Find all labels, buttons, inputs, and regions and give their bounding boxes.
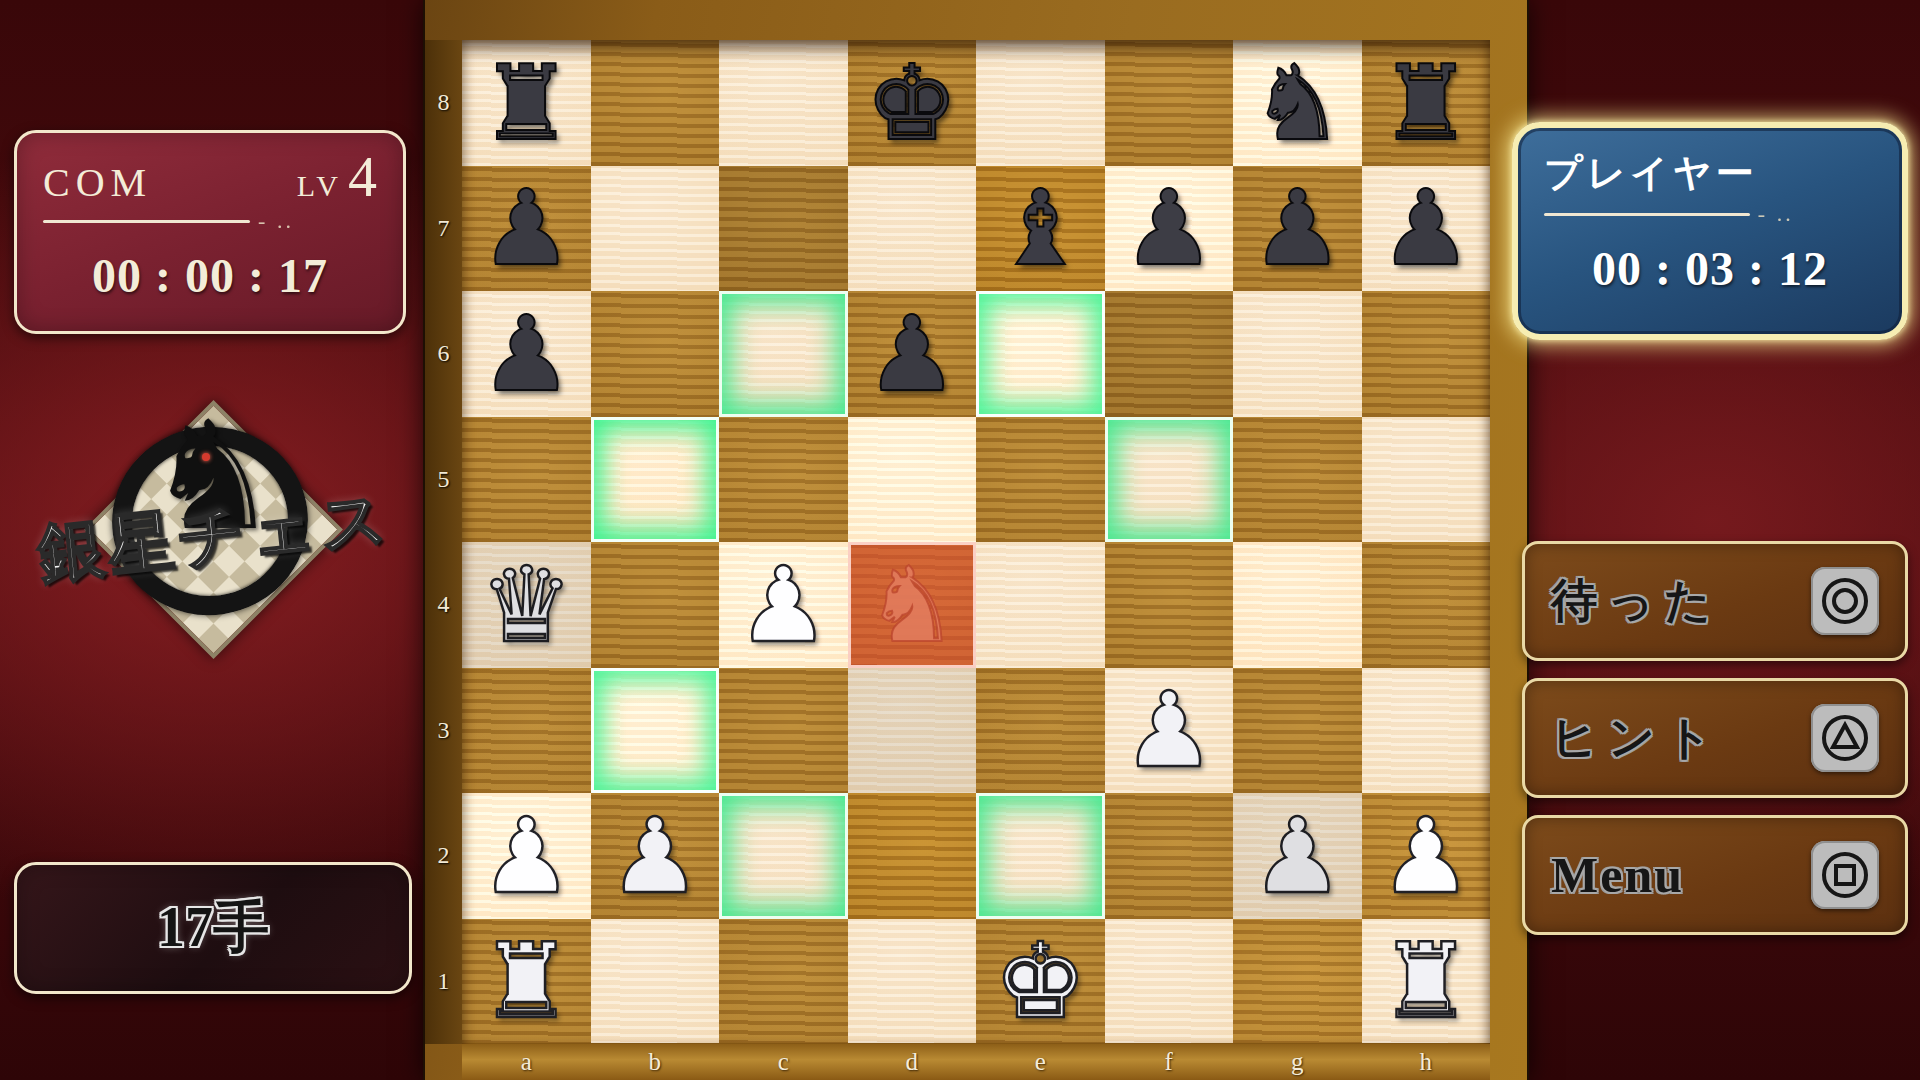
square-d5[interactable] — [848, 417, 977, 543]
white-queen: ♛ — [480, 553, 573, 657]
player-clock-panel: プレイヤー - .. 00 : 03 : 12 — [1512, 122, 1908, 340]
square-b6[interactable] — [591, 291, 720, 417]
black-pawn: ♟ — [480, 176, 573, 280]
square-h2[interactable]: ♟ — [1362, 793, 1491, 919]
ps-square-button-icon — [1811, 841, 1879, 909]
square-c7[interactable] — [719, 166, 848, 292]
square-f8[interactable] — [1105, 40, 1234, 166]
white-knight-ghost: ♞ — [865, 553, 958, 657]
square-e3[interactable] — [976, 668, 1105, 794]
file-labels: abcdefgh — [462, 1043, 1490, 1080]
square-g3[interactable] — [1233, 668, 1362, 794]
black-pawn: ♟ — [1122, 176, 1215, 280]
file-label-b: b — [591, 1043, 720, 1080]
undo-button[interactable]: 待った — [1522, 541, 1908, 661]
black-pawn: ♟ — [480, 302, 573, 406]
chess-board: ♜♚♞♜♟♝♟♟♟♟♟♛♟♞♟♟♟♟♟♜♚♜ — [462, 40, 1490, 1044]
square-b7[interactable] — [591, 166, 720, 292]
rank-label-2: 2 — [425, 793, 462, 919]
white-pawn: ♟ — [1379, 804, 1472, 908]
file-label-g: g — [1233, 1043, 1362, 1080]
square-d6[interactable]: ♟ — [848, 291, 977, 417]
file-label-e: e — [976, 1043, 1105, 1080]
square-c3[interactable] — [719, 668, 848, 794]
square-a8[interactable]: ♜ — [462, 40, 591, 166]
square-c2[interactable] — [719, 793, 848, 919]
square-a3[interactable] — [462, 668, 591, 794]
square-b4[interactable] — [591, 542, 720, 668]
square-e5[interactable] — [976, 417, 1105, 543]
square-f6[interactable] — [1105, 291, 1234, 417]
square-g2[interactable]: ♟ — [1233, 793, 1362, 919]
player-time: 00 : 03 : 12 — [1544, 241, 1876, 296]
square-g7[interactable]: ♟ — [1233, 166, 1362, 292]
square-e8[interactable] — [976, 40, 1105, 166]
square-h4[interactable] — [1362, 542, 1491, 668]
white-pawn: ♟ — [1251, 804, 1344, 908]
square-b2[interactable]: ♟ — [591, 793, 720, 919]
black-knight: ♞ — [1251, 51, 1344, 155]
square-a5[interactable] — [462, 417, 591, 543]
com-label: COM — [43, 159, 152, 206]
black-king: ♚ — [865, 51, 958, 155]
square-f1[interactable] — [1105, 919, 1234, 1045]
white-pawn: ♟ — [480, 804, 573, 908]
rank-labels: 87654321 — [425, 40, 462, 1044]
square-h6[interactable] — [1362, 291, 1491, 417]
com-underline-dashes: - .. — [258, 208, 294, 234]
menu-button-label: Menu — [1551, 846, 1684, 904]
square-g5[interactable] — [1233, 417, 1362, 543]
white-pawn: ♟ — [608, 804, 701, 908]
square-b1[interactable] — [591, 919, 720, 1045]
square-h3[interactable] — [1362, 668, 1491, 794]
board-frame: 87654321 ♜♚♞♜♟♝♟♟♟♟♟♛♟♞♟♟♟♟♟♜♚♜ abcdefgh — [425, 0, 1527, 1080]
square-h7[interactable]: ♟ — [1362, 166, 1491, 292]
square-c1[interactable] — [719, 919, 848, 1045]
square-e7[interactable]: ♝ — [976, 166, 1105, 292]
square-b8[interactable] — [591, 40, 720, 166]
ps-triangle-button-icon — [1811, 704, 1879, 772]
rank-label-4: 4 — [425, 542, 462, 668]
com-underline — [43, 220, 250, 223]
square-a4[interactable]: ♛ — [462, 542, 591, 668]
square-h1[interactable]: ♜ — [1362, 919, 1491, 1045]
square-e6[interactable] — [976, 291, 1105, 417]
black-rook: ♜ — [1379, 51, 1472, 155]
square-g8[interactable]: ♞ — [1233, 40, 1362, 166]
square-a1[interactable]: ♜ — [462, 919, 591, 1045]
square-g1[interactable] — [1233, 919, 1362, 1045]
square-c5[interactable] — [719, 417, 848, 543]
file-label-f: f — [1105, 1043, 1234, 1080]
player-underline — [1544, 213, 1750, 216]
move-count: 17手 — [157, 890, 269, 966]
square-f5[interactable] — [1105, 417, 1234, 543]
square-d1[interactable] — [848, 919, 977, 1045]
rank-label-6: 6 — [425, 291, 462, 417]
square-f2[interactable] — [1105, 793, 1234, 919]
square-a6[interactable]: ♟ — [462, 291, 591, 417]
square-f3[interactable]: ♟ — [1105, 668, 1234, 794]
square-d2[interactable] — [848, 793, 977, 919]
square-h8[interactable]: ♜ — [1362, 40, 1491, 166]
black-bishop: ♝ — [994, 176, 1087, 280]
square-f7[interactable]: ♟ — [1105, 166, 1234, 292]
black-pawn: ♟ — [1251, 176, 1344, 280]
move-counter-panel: 17手 — [14, 862, 412, 994]
rank-label-5: 5 — [425, 417, 462, 543]
white-pawn: ♟ — [1122, 678, 1215, 782]
ps-circle-button-icon — [1811, 567, 1879, 635]
file-label-a: a — [462, 1043, 591, 1080]
square-d3[interactable] — [848, 668, 977, 794]
rank-label-1: 1 — [425, 919, 462, 1045]
black-pawn: ♟ — [865, 302, 958, 406]
square-a7[interactable]: ♟ — [462, 166, 591, 292]
square-f4[interactable] — [1105, 542, 1234, 668]
white-rook: ♜ — [1379, 929, 1472, 1033]
square-e2[interactable] — [976, 793, 1105, 919]
hint-button[interactable]: ヒント — [1522, 678, 1908, 798]
square-c4[interactable]: ♟ — [719, 542, 848, 668]
square-h5[interactable] — [1362, 417, 1491, 543]
white-king: ♚ — [994, 929, 1087, 1033]
file-label-c: c — [719, 1043, 848, 1080]
rank-label-7: 7 — [425, 166, 462, 292]
player-label: プレイヤー — [1544, 148, 1758, 199]
square-d4[interactable]: ♞ — [848, 542, 977, 668]
square-c8[interactable] — [719, 40, 848, 166]
white-rook: ♜ — [480, 929, 573, 1033]
rank-label-3: 3 — [425, 668, 462, 794]
com-level-value: 4 — [348, 151, 377, 203]
square-e1[interactable]: ♚ — [976, 919, 1105, 1045]
square-d8[interactable]: ♚ — [848, 40, 977, 166]
rank-label-8: 8 — [425, 40, 462, 166]
com-time: 00 : 00 : 17 — [43, 248, 377, 303]
square-b5[interactable] — [591, 417, 720, 543]
square-g6[interactable] — [1233, 291, 1362, 417]
black-pawn: ♟ — [1379, 176, 1472, 280]
game-screen: 87654321 ♜♚♞♜♟♝♟♟♟♟♟♛♟♞♟♟♟♟♟♜♚♜ abcdefgh… — [0, 0, 1920, 1080]
file-label-d: d — [848, 1043, 977, 1080]
square-g4[interactable] — [1233, 542, 1362, 668]
black-rook: ♜ — [480, 51, 573, 155]
app-logo: ♞ 銀星チェス — [0, 395, 430, 695]
com-level-label: LV — [297, 169, 342, 203]
com-clock-panel: COM LV 4 - .. 00 : 00 : 17 — [14, 130, 406, 334]
player-underline-dashes: - .. — [1758, 201, 1794, 227]
file-label-h: h — [1362, 1043, 1491, 1080]
undo-button-label: 待った — [1551, 570, 1721, 632]
square-e4[interactable] — [976, 542, 1105, 668]
square-d7[interactable] — [848, 166, 977, 292]
square-a2[interactable]: ♟ — [462, 793, 591, 919]
menu-button[interactable]: Menu — [1522, 815, 1908, 935]
square-b3[interactable] — [591, 668, 720, 794]
square-c6[interactable] — [719, 291, 848, 417]
hint-button-label: ヒント — [1551, 707, 1722, 769]
white-pawn: ♟ — [737, 553, 830, 657]
